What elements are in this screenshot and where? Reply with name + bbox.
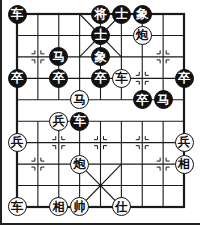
piece-red-soldier[interactable]: 兵 xyxy=(8,133,27,152)
xiangqi-diagram: 车将士象士马象卒卒卒卒卒马车炮车马兵兵兵炮相车相帅仕 xyxy=(0,0,200,225)
piece-red-general[interactable]: 帅 xyxy=(70,197,89,216)
piece-black-elephant[interactable]: 象 xyxy=(91,47,110,66)
scan-edge-bottom xyxy=(0,223,200,225)
piece-black-chariot[interactable]: 车 xyxy=(8,5,27,24)
piece-black-soldier[interactable]: 卒 xyxy=(175,69,194,88)
piece-red-advisor[interactable]: 仕 xyxy=(112,197,131,216)
piece-black-general[interactable]: 将 xyxy=(91,5,110,24)
piece-red-cannon[interactable]: 炮 xyxy=(70,155,89,174)
piece-black-soldier[interactable]: 卒 xyxy=(8,69,27,88)
piece-red-soldier[interactable]: 兵 xyxy=(175,133,194,152)
piece-black-horse[interactable]: 马 xyxy=(49,47,68,66)
piece-red-chariot[interactable]: 车 xyxy=(8,197,27,216)
piece-red-elephant[interactable]: 相 xyxy=(175,155,194,174)
piece-black-soldier[interactable]: 卒 xyxy=(91,69,110,88)
piece-black-soldier[interactable]: 卒 xyxy=(49,69,68,88)
piece-black-advisor[interactable]: 士 xyxy=(91,26,110,45)
piece-black-chariot[interactable]: 车 xyxy=(70,112,89,131)
pieces-layer: 车将士象士马象卒卒卒卒卒马车炮车马兵兵兵炮相车相帅仕 xyxy=(0,0,200,225)
piece-red-horse[interactable]: 马 xyxy=(70,90,89,109)
piece-black-soldier[interactable]: 卒 xyxy=(133,90,152,109)
piece-black-advisor[interactable]: 士 xyxy=(112,5,131,24)
piece-red-cannon[interactable]: 炮 xyxy=(133,26,152,45)
piece-red-soldier[interactable]: 兵 xyxy=(49,112,68,131)
piece-red-chariot[interactable]: 车 xyxy=(112,69,131,88)
piece-red-elephant[interactable]: 相 xyxy=(49,197,68,216)
scan-edge-left xyxy=(0,0,2,225)
piece-black-horse[interactable]: 马 xyxy=(154,90,173,109)
piece-black-elephant[interactable]: 象 xyxy=(133,5,152,24)
